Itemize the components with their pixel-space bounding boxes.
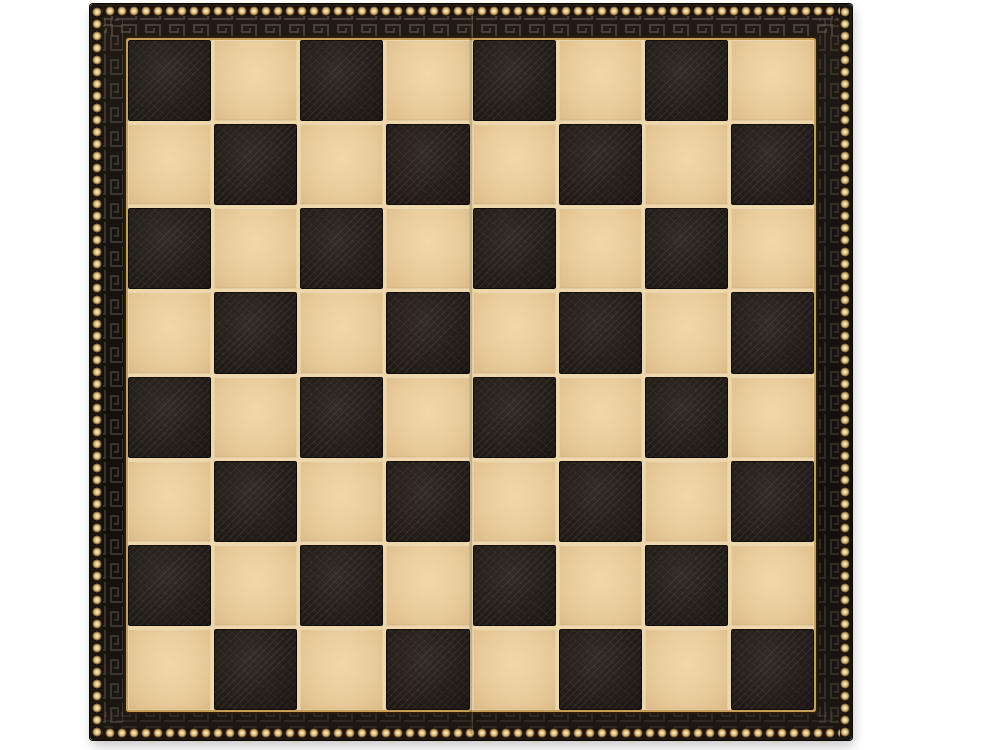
playing-area (128, 40, 814, 710)
square-r1c4[interactable] (473, 124, 556, 205)
square-r1c2[interactable] (300, 124, 383, 205)
square-r2c3[interactable] (386, 208, 469, 289)
square-r6c4[interactable] (473, 545, 556, 626)
square-r4c1[interactable] (214, 377, 297, 458)
square-r3c2[interactable] (300, 292, 383, 373)
square-r7c1[interactable] (214, 629, 297, 710)
square-r2c6[interactable] (645, 208, 728, 289)
square-r1c3[interactable] (386, 124, 469, 205)
square-r3c6[interactable] (645, 292, 728, 373)
gold-trim-top (92, 6, 850, 16)
square-r4c7[interactable] (731, 377, 814, 458)
square-r6c7[interactable] (731, 545, 814, 626)
square-r6c0[interactable] (128, 545, 211, 626)
square-r0c0[interactable] (128, 40, 211, 121)
square-r2c2[interactable] (300, 208, 383, 289)
square-r4c4[interactable] (473, 377, 556, 458)
square-r4c3[interactable] (386, 377, 469, 458)
square-r7c7[interactable] (731, 629, 814, 710)
square-r7c3[interactable] (386, 629, 469, 710)
square-r5c4[interactable] (473, 461, 556, 542)
square-r1c1[interactable] (214, 124, 297, 205)
square-r4c5[interactable] (559, 377, 642, 458)
square-r1c0[interactable] (128, 124, 211, 205)
square-r7c5[interactable] (559, 629, 642, 710)
square-r7c4[interactable] (473, 629, 556, 710)
square-r5c5[interactable] (559, 461, 642, 542)
square-r6c2[interactable] (300, 545, 383, 626)
square-r4c0[interactable] (128, 377, 211, 458)
square-r2c4[interactable] (473, 208, 556, 289)
square-r2c0[interactable] (128, 208, 211, 289)
square-r4c6[interactable] (645, 377, 728, 458)
square-r5c3[interactable] (386, 461, 469, 542)
square-r6c1[interactable] (214, 545, 297, 626)
square-r2c7[interactable] (731, 208, 814, 289)
square-r6c6[interactable] (645, 545, 728, 626)
square-r5c2[interactable] (300, 461, 383, 542)
square-r0c7[interactable] (731, 40, 814, 121)
square-r0c5[interactable] (559, 40, 642, 121)
square-r6c3[interactable] (386, 545, 469, 626)
square-r1c7[interactable] (731, 124, 814, 205)
square-r3c7[interactable] (731, 292, 814, 373)
photo-background (0, 0, 1000, 750)
square-r3c1[interactable] (214, 292, 297, 373)
square-r3c3[interactable] (386, 292, 469, 373)
square-r7c2[interactable] (300, 629, 383, 710)
square-r2c5[interactable] (559, 208, 642, 289)
gold-trim-right (840, 6, 850, 738)
square-r1c6[interactable] (645, 124, 728, 205)
square-r1c5[interactable] (559, 124, 642, 205)
square-r7c6[interactable] (645, 629, 728, 710)
square-r3c4[interactable] (473, 292, 556, 373)
square-r0c3[interactable] (386, 40, 469, 121)
square-r5c0[interactable] (128, 461, 211, 542)
square-r5c1[interactable] (214, 461, 297, 542)
square-r3c0[interactable] (128, 292, 211, 373)
square-r7c0[interactable] (128, 629, 211, 710)
chessboard (90, 4, 852, 740)
square-r5c7[interactable] (731, 461, 814, 542)
square-r0c6[interactable] (645, 40, 728, 121)
square-r2c1[interactable] (214, 208, 297, 289)
square-r3c5[interactable] (559, 292, 642, 373)
square-r5c6[interactable] (645, 461, 728, 542)
square-r4c2[interactable] (300, 377, 383, 458)
gold-trim-left (92, 6, 102, 738)
gold-trim-bottom (92, 728, 850, 738)
square-r0c2[interactable] (300, 40, 383, 121)
square-r0c4[interactable] (473, 40, 556, 121)
square-r6c5[interactable] (559, 545, 642, 626)
square-r0c1[interactable] (214, 40, 297, 121)
